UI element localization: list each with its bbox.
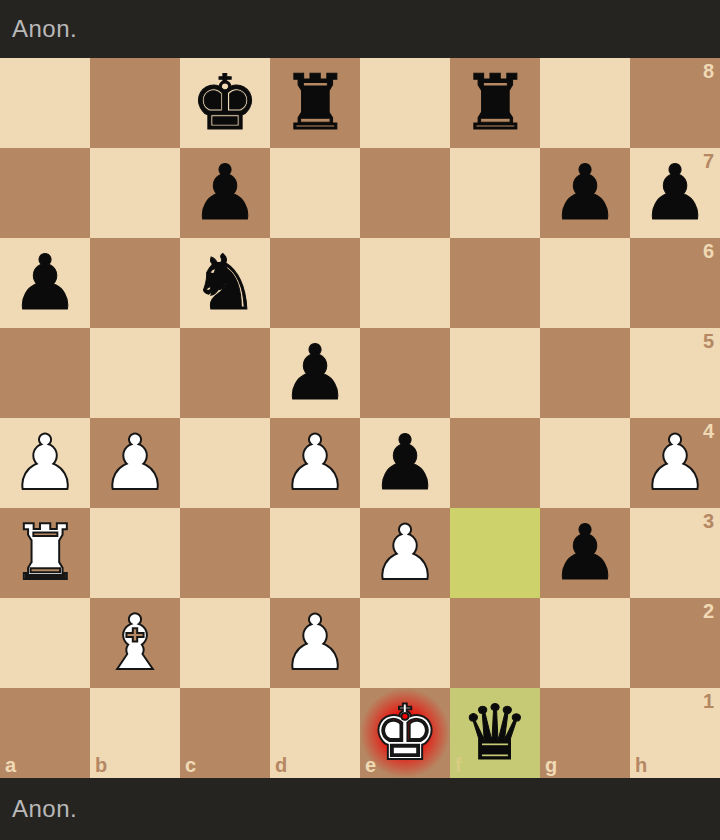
- top-player-bar: Anon.: [0, 0, 720, 58]
- square-c1[interactable]: c: [180, 688, 270, 778]
- top-player-name: Anon.: [12, 15, 77, 43]
- square-c7[interactable]: ♟: [180, 148, 270, 238]
- piece-black-pawn[interactable]: ♟: [270, 328, 360, 418]
- piece-black-pawn[interactable]: ♟: [0, 238, 90, 328]
- square-a6[interactable]: ♟: [0, 238, 90, 328]
- square-a3[interactable]: ♜: [0, 508, 90, 598]
- coord-rank-4: 4: [703, 420, 714, 443]
- square-d5[interactable]: ♟: [270, 328, 360, 418]
- coord-rank-8: 8: [703, 60, 714, 83]
- square-b8[interactable]: [90, 58, 180, 148]
- square-f3[interactable]: [450, 508, 540, 598]
- square-h4[interactable]: ♟4: [630, 418, 720, 508]
- square-e2[interactable]: [360, 598, 450, 688]
- square-b2[interactable]: ♝: [90, 598, 180, 688]
- square-b5[interactable]: [90, 328, 180, 418]
- bottom-player-bar: Anon.: [0, 778, 720, 840]
- square-a5[interactable]: [0, 328, 90, 418]
- square-d1[interactable]: d: [270, 688, 360, 778]
- square-g6[interactable]: [540, 238, 630, 328]
- square-f8[interactable]: ♜: [450, 58, 540, 148]
- square-h1[interactable]: 1h: [630, 688, 720, 778]
- coord-file-g: g: [545, 754, 557, 777]
- square-b6[interactable]: [90, 238, 180, 328]
- square-e1[interactable]: ♚e: [360, 688, 450, 778]
- square-h3[interactable]: 3: [630, 508, 720, 598]
- coord-file-c: c: [185, 754, 196, 777]
- square-e3[interactable]: ♟: [360, 508, 450, 598]
- square-h5[interactable]: 5: [630, 328, 720, 418]
- coord-rank-7: 7: [703, 150, 714, 173]
- coord-rank-5: 5: [703, 330, 714, 353]
- square-f1[interactable]: ♛f: [450, 688, 540, 778]
- coord-rank-3: 3: [703, 510, 714, 533]
- square-d8[interactable]: ♜: [270, 58, 360, 148]
- square-a4[interactable]: ♟: [0, 418, 90, 508]
- square-e4[interactable]: ♟: [360, 418, 450, 508]
- square-f2[interactable]: [450, 598, 540, 688]
- square-f5[interactable]: [450, 328, 540, 418]
- square-a1[interactable]: a: [0, 688, 90, 778]
- square-h7[interactable]: ♟7: [630, 148, 720, 238]
- coord-file-b: b: [95, 754, 107, 777]
- piece-black-pawn[interactable]: ♟: [360, 418, 450, 508]
- coord-file-e: e: [365, 754, 376, 777]
- square-g3[interactable]: ♟: [540, 508, 630, 598]
- square-c2[interactable]: [180, 598, 270, 688]
- square-e6[interactable]: [360, 238, 450, 328]
- square-g5[interactable]: [540, 328, 630, 418]
- square-f7[interactable]: [450, 148, 540, 238]
- square-e7[interactable]: [360, 148, 450, 238]
- square-h6[interactable]: 6: [630, 238, 720, 328]
- piece-white-pawn[interactable]: ♟: [270, 418, 360, 508]
- piece-white-rook[interactable]: ♜: [0, 508, 90, 598]
- square-d3[interactable]: [270, 508, 360, 598]
- square-b3[interactable]: [90, 508, 180, 598]
- square-g2[interactable]: [540, 598, 630, 688]
- piece-black-pawn[interactable]: ♟: [180, 148, 270, 238]
- piece-white-pawn[interactable]: ♟: [270, 598, 360, 688]
- square-e5[interactable]: [360, 328, 450, 418]
- piece-white-pawn[interactable]: ♟: [0, 418, 90, 508]
- coord-file-f: f: [455, 754, 462, 777]
- square-a2[interactable]: [0, 598, 90, 688]
- bottom-player-name: Anon.: [12, 795, 77, 823]
- square-d6[interactable]: [270, 238, 360, 328]
- square-c6[interactable]: ♞: [180, 238, 270, 328]
- square-f6[interactable]: [450, 238, 540, 328]
- square-g1[interactable]: g: [540, 688, 630, 778]
- coord-file-a: a: [5, 754, 16, 777]
- square-f4[interactable]: [450, 418, 540, 508]
- piece-black-knight[interactable]: ♞: [180, 238, 270, 328]
- piece-black-king[interactable]: ♚: [180, 58, 270, 148]
- piece-white-bishop[interactable]: ♝: [90, 598, 180, 688]
- square-e8[interactable]: [360, 58, 450, 148]
- square-c3[interactable]: [180, 508, 270, 598]
- piece-white-pawn[interactable]: ♟: [360, 508, 450, 598]
- coord-rank-1: 1: [703, 690, 714, 713]
- piece-black-rook[interactable]: ♜: [270, 58, 360, 148]
- square-h8[interactable]: 8: [630, 58, 720, 148]
- coord-file-h: h: [635, 754, 647, 777]
- square-a8[interactable]: [0, 58, 90, 148]
- coord-rank-6: 6: [703, 240, 714, 263]
- square-c8[interactable]: ♚: [180, 58, 270, 148]
- chess-board: ♚♜♜8♟♟♟7♟♞6♟5♟♟♟♟♟4♜♟♟3♝♟2abcd♚e♛fg1h: [0, 58, 720, 778]
- square-a7[interactable]: [0, 148, 90, 238]
- piece-black-rook[interactable]: ♜: [450, 58, 540, 148]
- coord-rank-2: 2: [703, 600, 714, 623]
- square-h2[interactable]: 2: [630, 598, 720, 688]
- square-c5[interactable]: [180, 328, 270, 418]
- square-g4[interactable]: [540, 418, 630, 508]
- square-b1[interactable]: b: [90, 688, 180, 778]
- square-b7[interactable]: [90, 148, 180, 238]
- square-c4[interactable]: [180, 418, 270, 508]
- piece-black-pawn[interactable]: ♟: [540, 148, 630, 238]
- piece-black-queen[interactable]: ♛: [450, 688, 540, 778]
- square-b4[interactable]: ♟: [90, 418, 180, 508]
- piece-black-pawn[interactable]: ♟: [540, 508, 630, 598]
- coord-file-d: d: [275, 754, 287, 777]
- piece-white-pawn[interactable]: ♟: [90, 418, 180, 508]
- square-d4[interactable]: ♟: [270, 418, 360, 508]
- square-g7[interactable]: ♟: [540, 148, 630, 238]
- square-d2[interactable]: ♟: [270, 598, 360, 688]
- square-g8[interactable]: [540, 58, 630, 148]
- square-d7[interactable]: [270, 148, 360, 238]
